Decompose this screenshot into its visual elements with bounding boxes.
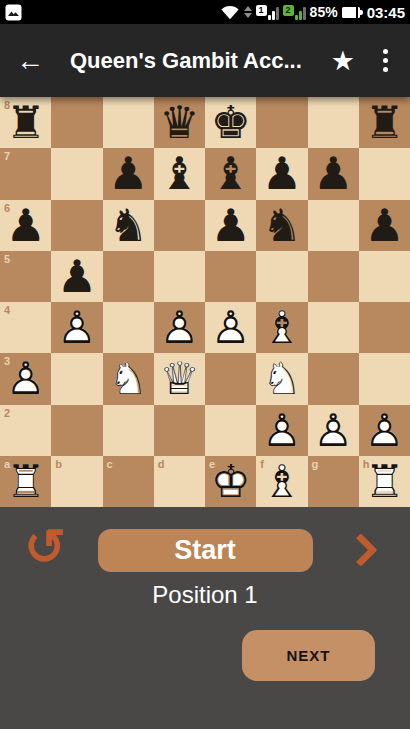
square-d5[interactable]: [154, 251, 205, 302]
square-f4[interactable]: ♝♗: [256, 302, 307, 353]
controls-panel: ↺ Start Position 1 NEXT: [0, 507, 410, 729]
square-h1[interactable]: h♜♖: [359, 456, 410, 507]
piece-white-queen-d3[interactable]: ♛♕: [154, 353, 205, 404]
square-a2[interactable]: 2: [0, 405, 51, 456]
square-b3[interactable]: [51, 353, 102, 404]
rank-label-2: 2: [4, 407, 10, 419]
square-e1[interactable]: e♚♔: [205, 456, 256, 507]
piece-black-rook-a8[interactable]: ♜: [0, 97, 51, 148]
back-arrow-icon[interactable]: ←: [16, 45, 56, 77]
next-button[interactable]: NEXT: [242, 630, 375, 681]
square-d3[interactable]: ♛♕: [154, 353, 205, 404]
square-f7[interactable]: ♟: [256, 148, 307, 199]
square-g1[interactable]: g: [308, 456, 359, 507]
piece-black-bishop-d7[interactable]: ♝: [154, 148, 205, 199]
square-a7[interactable]: 7: [0, 148, 51, 199]
square-h5[interactable]: [359, 251, 410, 302]
piece-white-pawn-b4[interactable]: ♟♙: [51, 302, 102, 353]
square-a6[interactable]: 6♟: [0, 200, 51, 251]
square-e2[interactable]: [205, 405, 256, 456]
piece-black-pawn-c7[interactable]: ♟: [103, 148, 154, 199]
piece-white-knight-c3[interactable]: ♞♘: [103, 353, 154, 404]
square-c6[interactable]: ♞: [103, 200, 154, 251]
rank-label-5: 5: [4, 253, 10, 265]
square-e8[interactable]: ♚: [205, 97, 256, 148]
square-f3[interactable]: ♞♘: [256, 353, 307, 404]
piece-white-knight-f3[interactable]: ♞♘: [256, 353, 307, 404]
square-d8[interactable]: ♛: [154, 97, 205, 148]
piece-white-pawn-h2[interactable]: ♟♙: [359, 405, 410, 456]
square-d1[interactable]: d: [154, 456, 205, 507]
rank-label-7: 7: [4, 150, 10, 162]
chevron-right-icon[interactable]: [344, 533, 378, 567]
piece-white-pawn-g2[interactable]: ♟♙: [308, 405, 359, 456]
overflow-menu-icon[interactable]: [377, 45, 394, 76]
square-b1[interactable]: b: [51, 456, 102, 507]
square-h2[interactable]: ♟♙: [359, 405, 410, 456]
battery-percent: 85%: [310, 4, 338, 20]
chess-board: 8♜♛♚♜7♟♝♝♟♟6♟♞♟♞♟5♟4♟♙♟♙♟♙♝♗3♟♙♞♘♛♕♞♘2♟♙…: [0, 97, 410, 507]
square-a5[interactable]: 5: [0, 251, 51, 302]
piece-black-pawn-h6[interactable]: ♟: [359, 200, 410, 251]
status-bar: 1 2 85% 03:45: [0, 0, 410, 24]
square-g7[interactable]: ♟: [308, 148, 359, 199]
square-c1[interactable]: c: [103, 456, 154, 507]
file-label-d: d: [158, 458, 165, 470]
square-b2[interactable]: [51, 405, 102, 456]
sim1-signal-icon: 1: [256, 5, 279, 20]
piece-black-pawn-e6[interactable]: ♟: [205, 200, 256, 251]
restart-icon[interactable]: ↺: [24, 522, 66, 572]
file-label-g: g: [312, 458, 319, 470]
sim1-badge: 1: [256, 5, 267, 16]
app-bar: ← Queen's Gambit Acc... ★: [0, 24, 410, 97]
square-a1[interactable]: a♜♖: [0, 456, 51, 507]
square-e6[interactable]: ♟: [205, 200, 256, 251]
piece-white-pawn-f2[interactable]: ♟♙: [256, 405, 307, 456]
battery-icon: [342, 7, 363, 18]
piece-black-pawn-b5[interactable]: ♟: [51, 251, 102, 302]
piece-white-rook-h1[interactable]: ♜♖: [359, 456, 410, 507]
page-title: Queen's Gambit Acc...: [70, 48, 331, 74]
piece-white-bishop-f4[interactable]: ♝♗: [256, 302, 307, 353]
square-h3[interactable]: [359, 353, 410, 404]
wifi-icon: [220, 4, 240, 20]
piece-black-knight-c6[interactable]: ♞: [103, 200, 154, 251]
square-a3[interactable]: 3♟♙: [0, 353, 51, 404]
square-b7[interactable]: [51, 148, 102, 199]
square-g5[interactable]: [308, 251, 359, 302]
square-e4[interactable]: ♟♙: [205, 302, 256, 353]
piece-white-pawn-e4[interactable]: ♟♙: [205, 302, 256, 353]
square-f8[interactable]: [256, 97, 307, 148]
clock: 03:45: [367, 4, 405, 21]
piece-black-bishop-e7[interactable]: ♝: [205, 148, 256, 199]
square-c8[interactable]: [103, 97, 154, 148]
square-b5[interactable]: ♟: [51, 251, 102, 302]
file-label-c: c: [107, 458, 113, 470]
piece-white-pawn-d4[interactable]: ♟♙: [154, 302, 205, 353]
favorite-star-icon[interactable]: ★: [331, 45, 355, 77]
square-g8[interactable]: [308, 97, 359, 148]
sim2-badge: 2: [283, 5, 294, 16]
start-button[interactable]: Start: [98, 529, 313, 572]
square-c3[interactable]: ♞♘: [103, 353, 154, 404]
square-h7[interactable]: [359, 148, 410, 199]
square-e7[interactable]: ♝: [205, 148, 256, 199]
screenshot-notification-icon: [5, 4, 22, 21]
square-b6[interactable]: [51, 200, 102, 251]
square-a4[interactable]: 4: [0, 302, 51, 353]
square-e3[interactable]: [205, 353, 256, 404]
data-transfer-arrows-icon: [244, 6, 252, 18]
square-g3[interactable]: [308, 353, 359, 404]
position-label: Position 1: [0, 581, 410, 609]
square-e5[interactable]: [205, 251, 256, 302]
sim2-signal-icon: 2: [283, 5, 306, 20]
piece-white-pawn-a3[interactable]: ♟♙: [0, 353, 51, 404]
file-label-b: b: [55, 458, 62, 470]
square-f2[interactable]: ♟♙: [256, 405, 307, 456]
square-c2[interactable]: [103, 405, 154, 456]
square-h6[interactable]: ♟: [359, 200, 410, 251]
piece-black-pawn-a6[interactable]: ♟: [0, 200, 51, 251]
piece-white-bishop-f1[interactable]: ♝♗: [256, 456, 307, 507]
square-f5[interactable]: [256, 251, 307, 302]
square-c7[interactable]: ♟: [103, 148, 154, 199]
square-d2[interactable]: [154, 405, 205, 456]
piece-black-king-e8[interactable]: ♚: [205, 97, 256, 148]
square-b8[interactable]: [51, 97, 102, 148]
square-f1[interactable]: f♝♗: [256, 456, 307, 507]
piece-black-queen-d8[interactable]: ♛: [154, 97, 205, 148]
piece-black-knight-f6[interactable]: ♞: [256, 200, 307, 251]
piece-white-king-e1[interactable]: ♚♔: [205, 456, 256, 507]
square-h8[interactable]: ♜: [359, 97, 410, 148]
square-g2[interactable]: ♟♙: [308, 405, 359, 456]
square-d6[interactable]: [154, 200, 205, 251]
square-d4[interactable]: ♟♙: [154, 302, 205, 353]
piece-white-rook-a1[interactable]: ♜♖: [0, 456, 51, 507]
square-g6[interactable]: [308, 200, 359, 251]
piece-black-pawn-f7[interactable]: ♟: [256, 148, 307, 199]
square-c5[interactable]: [103, 251, 154, 302]
square-b4[interactable]: ♟♙: [51, 302, 102, 353]
piece-black-rook-h8[interactable]: ♜: [359, 97, 410, 148]
square-a8[interactable]: 8♜: [0, 97, 51, 148]
piece-black-pawn-g7[interactable]: ♟: [308, 148, 359, 199]
rank-label-4: 4: [4, 304, 10, 316]
square-g4[interactable]: [308, 302, 359, 353]
square-d7[interactable]: ♝: [154, 148, 205, 199]
square-h4[interactable]: [359, 302, 410, 353]
square-c4[interactable]: [103, 302, 154, 353]
square-f6[interactable]: ♞: [256, 200, 307, 251]
